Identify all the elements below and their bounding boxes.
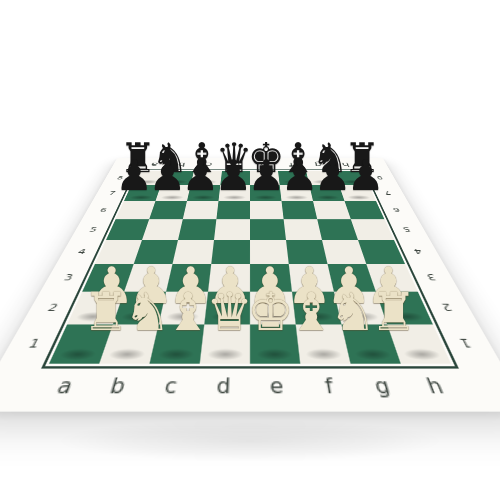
piece-shadow [223, 195, 246, 200]
square-f2 [292, 292, 342, 325]
piece-shadow [136, 180, 159, 184]
piece-shadow [316, 195, 340, 200]
piece-shadow [157, 349, 195, 360]
piece-shadow [58, 349, 98, 360]
file-label-c: c [138, 364, 199, 412]
piece-shadow [107, 349, 146, 360]
square-b7 [155, 185, 190, 201]
square-d6 [216, 201, 250, 219]
square-d5 [214, 219, 250, 240]
piece-shadow [254, 180, 275, 184]
file-label-flipped-c: c [194, 158, 224, 171]
square-b4 [134, 240, 178, 264]
piece-shadow [389, 312, 425, 322]
square-f6 [282, 201, 318, 219]
piece-shadow [75, 312, 111, 322]
piece-shadow [165, 180, 187, 184]
file-labels-bottom: abcdefgh [27, 364, 473, 412]
square-c2 [159, 292, 209, 325]
square-c4 [173, 240, 214, 264]
piece-shadow [312, 180, 334, 184]
square-c5 [178, 219, 216, 240]
piece-shadow [354, 349, 393, 360]
piece-shadow [402, 349, 442, 360]
piece-shadow [345, 312, 380, 322]
square-d7 [218, 185, 250, 201]
file-label-flipped-f: f [277, 158, 307, 171]
square-e2 [250, 292, 296, 325]
square-c3 [166, 264, 211, 292]
square-b3 [124, 264, 172, 292]
file-label-flipped-h: h [330, 158, 362, 171]
square-f4 [286, 240, 327, 264]
piece-shadow [347, 195, 371, 200]
piece-shadow [166, 312, 200, 322]
square-f5 [284, 219, 322, 240]
square-c8 [191, 171, 222, 185]
square-e6 [250, 201, 284, 219]
file-label-d: d [194, 364, 250, 412]
square-b8 [161, 171, 194, 185]
piece-shadow [283, 180, 305, 184]
square-d4 [211, 240, 250, 264]
rank-label-flipped-8: 8 [362, 171, 398, 185]
piece-shadow [225, 180, 246, 184]
rank-label-flipped-6: 6 [376, 201, 418, 219]
floor-shadow [55, 420, 445, 462]
square-e5 [250, 219, 286, 240]
square-d2 [204, 292, 250, 325]
file-label-flipped-d: d [222, 158, 250, 171]
piece-shadow [305, 349, 343, 360]
square-c7 [187, 185, 220, 201]
square-b6 [149, 201, 187, 219]
piece-shadow [341, 180, 364, 184]
piece-shadow [285, 195, 308, 200]
piece-shadow [256, 312, 289, 322]
piece-shadow [192, 195, 215, 200]
square-b5 [142, 219, 183, 240]
square-d8 [220, 171, 250, 185]
rank-label-flipped-7: 7 [369, 185, 408, 201]
square-c1 [149, 324, 204, 363]
piece-shadow [195, 180, 217, 184]
product-photo-chess-set: abcdefgh abcdefgh 87654321 87654321 ♜♞♝♛… [0, 0, 500, 500]
square-f8 [278, 171, 309, 185]
piece-shadow [211, 312, 244, 322]
square-e3 [250, 264, 292, 292]
square-e1 [250, 324, 300, 363]
piece-shadow [300, 312, 334, 322]
square-e8 [250, 171, 280, 185]
square-f7 [280, 185, 313, 201]
square-d1 [200, 324, 250, 363]
piece-shadow [207, 349, 243, 360]
square-e7 [250, 185, 282, 201]
piece-shadow [257, 349, 293, 360]
file-label-flipped-b: b [166, 158, 197, 171]
square-e4 [250, 240, 289, 264]
square-d3 [208, 264, 250, 292]
piece-shadow [160, 195, 184, 200]
file-labels-top: abcdefgh [138, 158, 362, 171]
vinyl-chess-mat: abcdefgh abcdefgh 87654321 87654321 [0, 158, 500, 412]
piece-shadow [254, 195, 277, 200]
file-label-flipped-e: e [250, 158, 278, 171]
piece-shadow [129, 195, 153, 200]
square-c6 [183, 201, 219, 219]
square-f3 [289, 264, 334, 292]
piece-shadow [120, 312, 155, 322]
file-label-e: e [250, 364, 306, 412]
